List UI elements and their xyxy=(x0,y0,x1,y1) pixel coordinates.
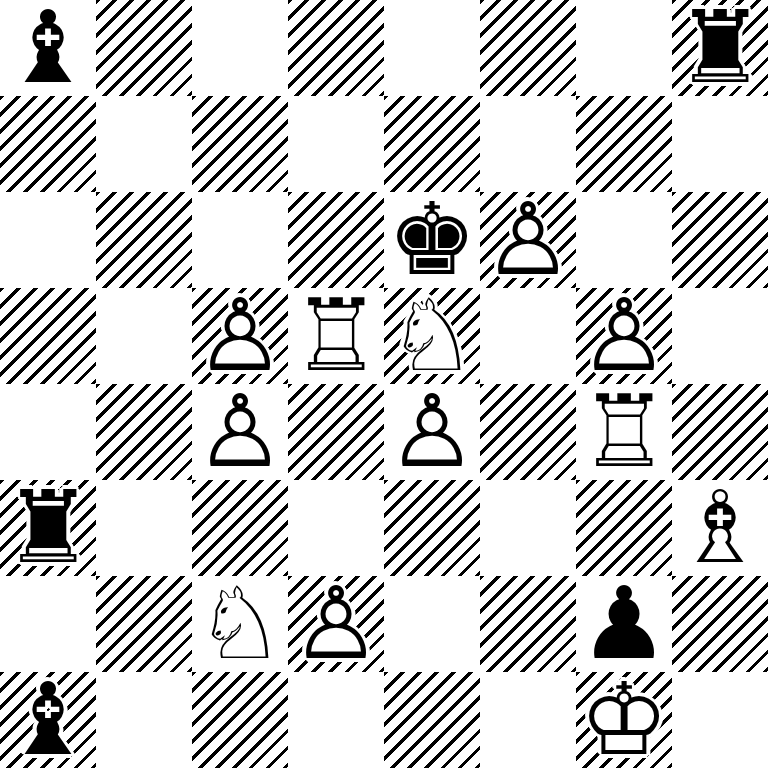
square-h5[interactable] xyxy=(672,288,768,384)
square-d8[interactable] xyxy=(288,0,384,96)
square-b5[interactable] xyxy=(96,288,192,384)
square-e7[interactable] xyxy=(384,96,480,192)
square-g5[interactable]: ♟♙ xyxy=(576,288,672,384)
square-d7[interactable] xyxy=(288,96,384,192)
white-pawn-fill: ♟ xyxy=(192,288,288,384)
square-d6[interactable] xyxy=(288,192,384,288)
white-pawn-fill: ♟ xyxy=(384,384,480,480)
white-knight-fill: ♞ xyxy=(192,576,288,672)
square-c2[interactable]: ♞♘ xyxy=(192,576,288,672)
white-pawn-icon: ♙ xyxy=(288,576,384,672)
square-b6[interactable] xyxy=(96,192,192,288)
square-f3[interactable] xyxy=(480,480,576,576)
square-b3[interactable] xyxy=(96,480,192,576)
square-f8[interactable] xyxy=(480,0,576,96)
white-pawn-fill: ♟ xyxy=(576,288,672,384)
square-d2[interactable]: ♟♙ xyxy=(288,576,384,672)
square-d3[interactable] xyxy=(288,480,384,576)
square-d1[interactable] xyxy=(288,672,384,768)
square-h4[interactable] xyxy=(672,384,768,480)
square-b7[interactable] xyxy=(96,96,192,192)
square-e8[interactable] xyxy=(384,0,480,96)
square-h2[interactable] xyxy=(672,576,768,672)
square-c4[interactable]: ♟♙ xyxy=(192,384,288,480)
white-pawn-fill: ♟ xyxy=(480,192,576,288)
square-c7[interactable] xyxy=(192,96,288,192)
square-f4[interactable] xyxy=(480,384,576,480)
white-pawn-icon: ♙ xyxy=(192,384,288,480)
white-king-icon: ♔ xyxy=(576,672,672,768)
square-b8[interactable] xyxy=(96,0,192,96)
square-a1[interactable]: ♝ xyxy=(0,672,96,768)
square-b1[interactable] xyxy=(96,672,192,768)
square-g8[interactable] xyxy=(576,0,672,96)
square-f6[interactable]: ♟♙ xyxy=(480,192,576,288)
square-e2[interactable] xyxy=(384,576,480,672)
square-a3[interactable]: ♜ xyxy=(0,480,96,576)
square-f7[interactable] xyxy=(480,96,576,192)
white-knight-fill: ♞ xyxy=(384,288,480,384)
white-pawn-fill: ♟ xyxy=(288,576,384,672)
black-pawn-icon: ♟ xyxy=(576,576,672,672)
white-bishop-icon: ♗ xyxy=(672,480,768,576)
black-bishop-icon: ♝ xyxy=(0,0,96,96)
square-a4[interactable] xyxy=(0,384,96,480)
square-a5[interactable] xyxy=(0,288,96,384)
square-h3[interactable]: ♝♗ xyxy=(672,480,768,576)
square-g7[interactable] xyxy=(576,96,672,192)
white-rook-fill: ♜ xyxy=(288,288,384,384)
square-f5[interactable] xyxy=(480,288,576,384)
square-h8[interactable]: ♜ xyxy=(672,0,768,96)
white-bishop-fill: ♝ xyxy=(672,480,768,576)
black-king-icon: ♚ xyxy=(384,192,480,288)
square-c6[interactable] xyxy=(192,192,288,288)
square-b4[interactable] xyxy=(96,384,192,480)
white-rook-fill: ♜ xyxy=(576,384,672,480)
square-e4[interactable]: ♟♙ xyxy=(384,384,480,480)
square-h7[interactable] xyxy=(672,96,768,192)
white-pawn-icon: ♙ xyxy=(576,288,672,384)
chess-board: ♝♜♚♟♙♟♙♜♖♞♘♟♙♟♙♟♙♜♖♜♝♗♞♘♟♙♟♝♚♔ xyxy=(0,0,768,768)
square-g2[interactable]: ♟ xyxy=(576,576,672,672)
square-d4[interactable] xyxy=(288,384,384,480)
square-g3[interactable] xyxy=(576,480,672,576)
square-e6[interactable]: ♚ xyxy=(384,192,480,288)
black-rook-icon: ♜ xyxy=(0,480,96,576)
square-h6[interactable] xyxy=(672,192,768,288)
white-pawn-icon: ♙ xyxy=(192,288,288,384)
square-g1[interactable]: ♚♔ xyxy=(576,672,672,768)
square-h1[interactable] xyxy=(672,672,768,768)
square-f1[interactable] xyxy=(480,672,576,768)
square-g6[interactable] xyxy=(576,192,672,288)
square-d5[interactable]: ♜♖ xyxy=(288,288,384,384)
white-king-fill: ♚ xyxy=(576,672,672,768)
white-pawn-fill: ♟ xyxy=(192,384,288,480)
square-e3[interactable] xyxy=(384,480,480,576)
white-knight-icon: ♘ xyxy=(192,576,288,672)
square-a8[interactable]: ♝ xyxy=(0,0,96,96)
white-rook-icon: ♖ xyxy=(576,384,672,480)
square-c5[interactable]: ♟♙ xyxy=(192,288,288,384)
square-c8[interactable] xyxy=(192,0,288,96)
square-c1[interactable] xyxy=(192,672,288,768)
square-f2[interactable] xyxy=(480,576,576,672)
square-e1[interactable] xyxy=(384,672,480,768)
black-rook-icon: ♜ xyxy=(672,0,768,96)
white-rook-icon: ♖ xyxy=(288,288,384,384)
white-knight-icon: ♘ xyxy=(384,288,480,384)
square-e5[interactable]: ♞♘ xyxy=(384,288,480,384)
square-g4[interactable]: ♜♖ xyxy=(576,384,672,480)
square-a2[interactable] xyxy=(0,576,96,672)
black-bishop-icon: ♝ xyxy=(0,672,96,768)
square-a7[interactable] xyxy=(0,96,96,192)
white-pawn-icon: ♙ xyxy=(480,192,576,288)
square-c3[interactable] xyxy=(192,480,288,576)
white-pawn-icon: ♙ xyxy=(384,384,480,480)
square-a6[interactable] xyxy=(0,192,96,288)
square-b2[interactable] xyxy=(96,576,192,672)
